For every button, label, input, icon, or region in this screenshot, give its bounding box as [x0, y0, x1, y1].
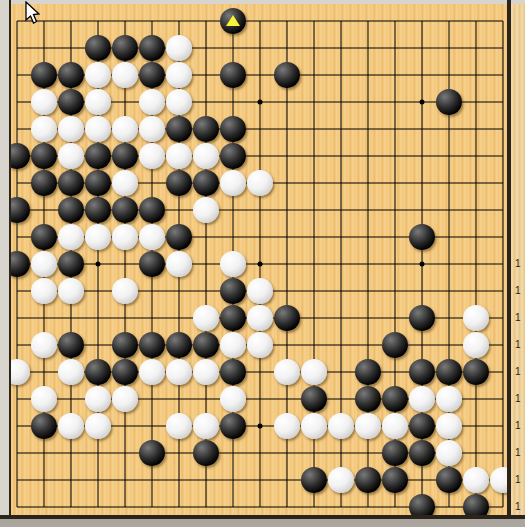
- white-stone: [436, 413, 462, 439]
- black-stone: [382, 386, 408, 412]
- black-stone: [220, 359, 246, 385]
- white-stone: [166, 35, 192, 61]
- white-stone: [463, 332, 489, 358]
- coordinate-label: 1: [515, 474, 525, 486]
- white-stone: [193, 197, 219, 223]
- white-stone: [31, 332, 57, 358]
- white-stone: [31, 89, 57, 115]
- white-stone: [85, 413, 111, 439]
- white-stone: [31, 116, 57, 142]
- black-stone: [112, 197, 138, 223]
- black-stone: [409, 305, 435, 331]
- white-stone: [436, 386, 462, 412]
- white-stone: [85, 116, 111, 142]
- black-stone: [355, 467, 381, 493]
- white-stone: [139, 224, 165, 250]
- coordinate-label: 1: [515, 339, 525, 351]
- white-stone: [85, 89, 111, 115]
- white-stone: [85, 386, 111, 412]
- white-stone: [31, 251, 57, 277]
- white-stone: [31, 278, 57, 304]
- black-stone: [436, 359, 462, 385]
- black-stone: [85, 197, 111, 223]
- black-stone: [220, 116, 246, 142]
- white-stone: [301, 413, 327, 439]
- black-stone: [112, 359, 138, 385]
- black-stone: [58, 170, 84, 196]
- black-stone: [301, 386, 327, 412]
- coordinate-label: 1: [515, 312, 525, 324]
- white-stone: [193, 413, 219, 439]
- black-stone: [139, 440, 165, 466]
- black-stone: [355, 386, 381, 412]
- black-stone: [58, 251, 84, 277]
- black-stone: [220, 413, 246, 439]
- mouse-cursor: [22, 1, 40, 27]
- white-stone: [31, 386, 57, 412]
- white-stone: [220, 386, 246, 412]
- black-stone: [382, 440, 408, 466]
- white-stone: [85, 62, 111, 88]
- white-stone: [166, 89, 192, 115]
- black-stone: [355, 359, 381, 385]
- white-stone: [85, 224, 111, 250]
- white-stone: [193, 359, 219, 385]
- black-stone: [58, 89, 84, 115]
- window-chrome-bottom: [0, 519, 525, 527]
- black-stone: [193, 170, 219, 196]
- black-stone: [31, 62, 57, 88]
- white-stone: [220, 332, 246, 358]
- black-stone: [166, 332, 192, 358]
- coordinate-label: 1: [515, 258, 525, 270]
- black-stone: [220, 62, 246, 88]
- white-stone: [409, 386, 435, 412]
- white-stone: [139, 116, 165, 142]
- coordinate-label: 1: [515, 393, 525, 405]
- black-stone: [31, 224, 57, 250]
- coordinate-label: 1: [515, 420, 525, 432]
- white-stone: [301, 359, 327, 385]
- white-stone: [139, 359, 165, 385]
- black-stone: [463, 359, 489, 385]
- black-stone: [85, 143, 111, 169]
- coordinate-label: 1: [515, 501, 525, 513]
- black-stone: [436, 89, 462, 115]
- black-stone: [139, 62, 165, 88]
- black-stone: [31, 170, 57, 196]
- black-stone: [166, 224, 192, 250]
- board-border-left: [9, 0, 11, 519]
- triangle-marker: [226, 15, 240, 26]
- white-stone: [166, 62, 192, 88]
- white-stone: [247, 332, 273, 358]
- white-stone: [58, 413, 84, 439]
- white-stone: [58, 116, 84, 142]
- white-stone: [166, 359, 192, 385]
- black-stone: [139, 332, 165, 358]
- black-stone: [58, 332, 84, 358]
- black-stone: [274, 305, 300, 331]
- white-stone: [58, 143, 84, 169]
- coordinate-label: 1: [515, 366, 525, 378]
- coordinate-gutter: 1111111111: [511, 4, 525, 515]
- white-stone: [193, 305, 219, 331]
- window-chrome-left: [0, 0, 9, 519]
- white-stone: [247, 305, 273, 331]
- black-stone: [166, 116, 192, 142]
- white-stone: [382, 413, 408, 439]
- white-stone: [139, 89, 165, 115]
- white-stone: [112, 386, 138, 412]
- black-stone: [193, 440, 219, 466]
- white-stone: [112, 62, 138, 88]
- coordinate-label: 1: [515, 447, 525, 459]
- black-stone: [112, 143, 138, 169]
- black-stone: [193, 332, 219, 358]
- black-stone: [193, 116, 219, 142]
- black-stone: [409, 413, 435, 439]
- black-stone: [301, 467, 327, 493]
- white-stone: [112, 116, 138, 142]
- white-stone: [355, 413, 381, 439]
- black-stone: [382, 332, 408, 358]
- white-stone: [58, 359, 84, 385]
- white-stone: [166, 251, 192, 277]
- white-stone: [436, 440, 462, 466]
- black-stone: [274, 62, 300, 88]
- white-stone: [274, 413, 300, 439]
- white-stone: [58, 224, 84, 250]
- white-stone: [220, 251, 246, 277]
- white-stone: [274, 359, 300, 385]
- white-stone: [193, 143, 219, 169]
- white-stone: [328, 413, 354, 439]
- white-stone: [166, 143, 192, 169]
- black-stone: [220, 278, 246, 304]
- white-stone: [463, 467, 489, 493]
- white-stone: [166, 413, 192, 439]
- coordinate-label: 1: [515, 285, 525, 297]
- black-stone: [85, 35, 111, 61]
- white-stone: [112, 170, 138, 196]
- black-stone: [436, 467, 462, 493]
- white-stone: [112, 278, 138, 304]
- black-stone: [58, 62, 84, 88]
- black-stone: [220, 143, 246, 169]
- black-stone: [409, 224, 435, 250]
- white-stone: [247, 170, 273, 196]
- black-stone: [112, 332, 138, 358]
- white-stone: [58, 278, 84, 304]
- white-stone: [139, 143, 165, 169]
- black-stone: [139, 197, 165, 223]
- black-stone: [85, 170, 111, 196]
- white-stone: [328, 467, 354, 493]
- board-border-right: [507, 0, 511, 519]
- black-stone: [139, 35, 165, 61]
- black-stone: [31, 413, 57, 439]
- black-stone: [409, 359, 435, 385]
- white-stone: [220, 170, 246, 196]
- black-stone: [409, 440, 435, 466]
- black-stone: [85, 359, 111, 385]
- black-stone: [139, 251, 165, 277]
- black-stone: [58, 197, 84, 223]
- black-stone: [166, 170, 192, 196]
- white-stone: [112, 224, 138, 250]
- black-stone: [382, 467, 408, 493]
- white-stone: [463, 305, 489, 331]
- white-stone: [247, 278, 273, 304]
- black-stone: [220, 305, 246, 331]
- black-stone: [112, 35, 138, 61]
- screenshot-root: { "game": "go", "board": { "size": 19, "…: [0, 0, 525, 527]
- black-stone: [31, 143, 57, 169]
